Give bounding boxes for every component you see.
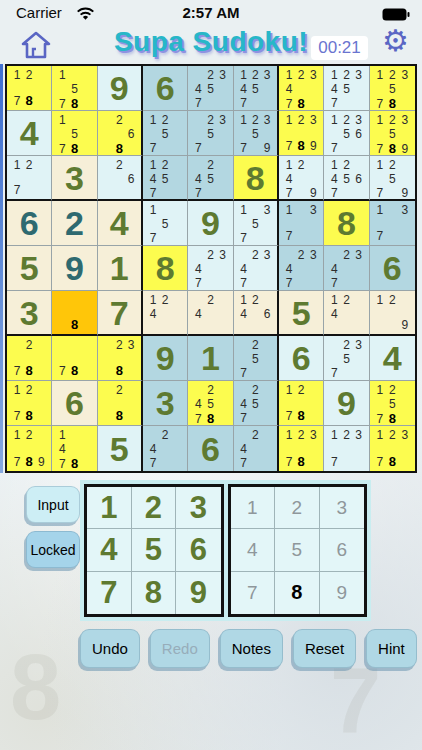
cell-r4c4[interactable]: 157 [143, 201, 188, 246]
candidate-6 [35, 397, 47, 408]
candidate-2: 2 [113, 113, 125, 127]
candidate-grid: 268 [98, 111, 141, 155]
cell-r8c4[interactable]: 3 [143, 381, 188, 426]
undo-button[interactable]: Undo [80, 629, 140, 668]
candidate-7: 7 [283, 276, 295, 290]
candidate-7: 7 [56, 141, 68, 156]
candidate-8 [159, 231, 171, 245]
cell-r9c3[interactable]: 5 [98, 426, 143, 471]
candidate-3 [171, 203, 183, 217]
cell-r7c1[interactable]: 278 [7, 336, 52, 381]
candidate-2: 2 [249, 338, 261, 352]
cell-r6c3[interactable]: 7 [98, 291, 143, 336]
candidate-6 [399, 307, 411, 318]
candidate-grid: 123457 [234, 66, 277, 110]
candidate-9 [261, 276, 273, 290]
candidate-6 [125, 352, 137, 363]
cell-r3c8[interactable]: 124567 [324, 156, 369, 201]
cell-r3c1[interactable]: 127 [7, 156, 52, 201]
candidate-8 [295, 229, 307, 243]
cell-r2c1[interactable]: 4 [7, 111, 52, 156]
candidate-3 [353, 293, 365, 307]
cell-r7c6[interactable]: 257 [234, 336, 279, 381]
cell-r4c1[interactable]: 6 [7, 201, 52, 246]
candidate-grid: 12578 [370, 381, 415, 425]
cell-r2c2[interactable]: 1578 [52, 111, 97, 156]
hint-button[interactable]: Hint [366, 629, 417, 668]
notes-pad-digit-5[interactable]: 5 [275, 529, 320, 571]
candidate-1 [192, 158, 204, 172]
candidate-8 [340, 96, 352, 110]
cell-r3c9[interactable]: 12579 [370, 156, 415, 201]
cell-r1c6[interactable]: 123457 [234, 66, 279, 111]
candidate-4: 4 [283, 262, 295, 276]
given-digit: 5 [292, 296, 311, 330]
candidate-8: 8 [113, 363, 125, 378]
candidate-grid: 23457 [188, 66, 232, 110]
candidate-4 [147, 217, 159, 231]
candidate-5: 5 [340, 127, 352, 141]
cell-r3c3[interactable]: 26 [98, 156, 143, 201]
candidate-1: 1 [328, 158, 340, 172]
cell-r8c8[interactable]: 9 [324, 381, 369, 426]
notes-pad-digit-7[interactable]: 7 [231, 572, 276, 614]
candidate-1 [102, 113, 114, 127]
candidate-8 [295, 186, 307, 200]
candidate-8: 8 [23, 408, 35, 423]
candidate-4 [11, 442, 23, 454]
notes-pad-digit-1[interactable]: 1 [231, 487, 276, 529]
candidate-2: 2 [340, 338, 352, 352]
candidate-8: 8 [68, 363, 80, 378]
candidate-5 [113, 127, 125, 141]
candidate-4: 4 [238, 442, 250, 456]
candidate-3 [217, 383, 229, 397]
input-pad-digit-7[interactable]: 7 [87, 572, 132, 614]
candidate-2: 2 [204, 293, 216, 307]
given-digit: 6 [201, 432, 220, 466]
candidate-1: 1 [147, 158, 159, 172]
candidate-7: 7 [56, 96, 68, 111]
candidate-9 [217, 96, 229, 110]
candidate-3 [261, 428, 273, 442]
candidate-9 [81, 317, 93, 332]
cell-r8c1[interactable]: 1278 [7, 381, 52, 426]
candidate-2: 2 [159, 293, 171, 307]
notes-pad-digit-4[interactable]: 4 [231, 529, 276, 571]
candidate-4: 4 [192, 262, 204, 276]
candidate-7 [102, 363, 114, 378]
candidate-3: 3 [261, 68, 273, 82]
cell-r7c8[interactable]: 2357 [324, 336, 369, 381]
candidate-8 [340, 276, 352, 290]
cell-r7c3[interactable]: 238 [98, 336, 143, 381]
candidate-grid: 1278 [7, 66, 51, 110]
candidate-3 [261, 338, 273, 352]
candidate-1: 1 [56, 428, 68, 442]
given-digit: 5 [20, 251, 39, 285]
candidate-grid: 12378 [279, 426, 323, 471]
cell-r1c9[interactable]: 123578 [370, 66, 415, 111]
cell-r4c2[interactable]: 2 [52, 201, 97, 246]
candidate-6 [261, 262, 273, 276]
candidate-5 [295, 397, 307, 408]
candidate-5: 5 [204, 397, 216, 411]
notes-pad-digit-9[interactable]: 9 [320, 572, 365, 614]
candidate-1 [102, 383, 114, 397]
cell-r4c9[interactable]: 137 [370, 201, 415, 246]
candidate-7: 7 [238, 96, 250, 110]
candidate-6 [217, 307, 229, 321]
candidate-2: 2 [249, 428, 261, 442]
given-digit: 3 [65, 161, 84, 195]
cell-r7c4[interactable]: 9 [143, 336, 188, 381]
candidate-7: 7 [11, 408, 23, 423]
cell-r5c8[interactable]: 2347 [324, 246, 369, 291]
cell-r7c2[interactable]: 78 [52, 336, 97, 381]
candidate-4 [56, 351, 68, 364]
candidate-9 [125, 186, 137, 197]
candidate-6 [81, 82, 93, 96]
candidate-6 [171, 172, 183, 186]
status-time: 2:57 AM [0, 4, 422, 21]
input-pad-digit-8[interactable]: 8 [132, 572, 177, 614]
candidate-4 [283, 127, 295, 138]
candidate-5 [386, 442, 398, 454]
candidate-5: 5 [159, 172, 171, 186]
cell-r9c4[interactable]: 247 [143, 426, 188, 471]
candidate-7: 7 [147, 456, 159, 470]
candidate-4: 4 [192, 82, 204, 96]
input-mode-button[interactable]: Input [26, 486, 80, 523]
entry-mode-buttons: InputLocked [26, 486, 80, 568]
cell-r5c5[interactable]: 2347 [188, 246, 233, 291]
candidate-2: 2 [295, 383, 307, 397]
candidate-7: 7 [11, 363, 23, 378]
candidate-grid: 1237 [324, 426, 368, 471]
candidate-7: 7 [374, 454, 386, 469]
cell-r2c3[interactable]: 268 [98, 111, 143, 156]
input-pad-digit-1[interactable]: 1 [87, 487, 132, 529]
candidate-4: 4 [147, 307, 159, 321]
candidate-4 [374, 397, 386, 411]
candidate-1: 1 [11, 383, 23, 397]
candidate-3 [399, 293, 411, 307]
given-digit: 6 [383, 251, 402, 285]
cell-r9c9[interactable]: 12378 [370, 426, 415, 471]
candidate-6 [261, 217, 273, 231]
candidate-7: 7 [192, 276, 204, 290]
candidate-8: 8 [23, 454, 35, 469]
candidate-2: 2 [23, 428, 35, 442]
candidate-3: 3 [217, 68, 229, 82]
candidate-1 [238, 383, 250, 397]
candidate-7 [192, 321, 204, 332]
cell-r8c5[interactable]: 24578 [188, 381, 233, 426]
candidate-7: 7 [374, 229, 386, 243]
candidate-2 [68, 293, 80, 305]
cell-r2c4[interactable]: 1257 [143, 111, 188, 156]
candidate-9 [217, 321, 229, 332]
cell-r6c7[interactable]: 5 [279, 291, 324, 336]
candidate-7: 7 [238, 411, 250, 425]
given-digit: 6 [65, 386, 84, 420]
candidate-9 [171, 186, 183, 200]
cell-r4c5[interactable]: 9 [188, 201, 233, 246]
candidate-7: 7 [238, 366, 250, 380]
candidate-9 [125, 408, 137, 423]
candidate-9 [81, 96, 93, 111]
cell-r8c9[interactable]: 12578 [370, 381, 415, 426]
candidate-8 [386, 186, 398, 200]
candidate-4 [102, 172, 114, 186]
cell-r4c6[interactable]: 1357 [234, 201, 279, 246]
candidate-5 [23, 442, 35, 454]
candidate-4: 4 [192, 172, 204, 186]
cell-r2c7[interactable]: 123789 [279, 111, 324, 156]
candidate-8: 8 [68, 456, 80, 471]
candidate-9 [125, 363, 137, 378]
candidate-6 [307, 262, 319, 276]
candidate-4: 4 [328, 307, 340, 321]
cell-r9c2[interactable]: 1478 [52, 426, 97, 471]
candidate-5: 5 [159, 127, 171, 141]
candidate-6 [399, 442, 411, 454]
candidate-6 [399, 397, 411, 411]
cell-r9c6[interactable]: 247 [234, 426, 279, 471]
candidate-7 [102, 186, 114, 197]
cell-r1c3[interactable]: 9 [98, 66, 143, 111]
cell-r5c2[interactable]: 9 [52, 246, 97, 291]
candidate-9 [353, 186, 365, 200]
candidate-7: 7 [328, 141, 340, 155]
input-pad-digit-9[interactable]: 9 [176, 572, 221, 614]
candidate-grid: 12479 [279, 156, 323, 199]
candidate-2: 2 [23, 158, 35, 172]
candidate-5 [295, 127, 307, 138]
cell-r7c9[interactable]: 4 [370, 336, 415, 381]
candidate-8 [204, 186, 216, 200]
candidate-3: 3 [307, 428, 319, 442]
cell-r5c4[interactable]: 8 [143, 246, 188, 291]
settings-gear-icon[interactable]: ⚙ [382, 26, 409, 56]
candidate-4 [374, 172, 386, 186]
cell-r4c3[interactable]: 4 [98, 201, 143, 246]
user-digit: 9 [65, 251, 84, 285]
candidate-2: 2 [113, 158, 125, 172]
cell-r6c4[interactable]: 124 [143, 291, 188, 336]
candidate-grid: 247 [234, 426, 277, 471]
board-left-edge-strip [0, 64, 3, 473]
candidate-6 [307, 217, 319, 229]
candidate-3 [399, 158, 411, 172]
candidate-6 [353, 442, 365, 455]
cell-r2c8[interactable]: 123567 [324, 111, 369, 156]
notes-pad-digit-8[interactable]: 8 [275, 572, 320, 614]
candidate-6 [261, 127, 273, 141]
candidate-8: 8 [23, 93, 35, 108]
candidate-6 [217, 172, 229, 186]
candidate-8 [159, 456, 171, 470]
given-digit: 9 [201, 206, 220, 240]
candidate-2: 2 [23, 68, 35, 82]
cell-r2c5[interactable]: 2357 [188, 111, 233, 156]
candidate-9 [353, 141, 365, 155]
candidate-1 [102, 338, 114, 352]
candidate-6 [125, 397, 137, 408]
candidate-6 [217, 82, 229, 96]
candidate-8: 8 [68, 141, 80, 156]
cell-r1c5[interactable]: 23457 [188, 66, 233, 111]
candidate-5: 5 [340, 82, 352, 96]
cell-r2c6[interactable]: 123579 [234, 111, 279, 156]
candidate-5 [159, 442, 171, 456]
cell-r5c7[interactable]: 2347 [279, 246, 324, 291]
candidate-2 [249, 203, 261, 217]
cell-r1c4[interactable]: 6 [143, 66, 188, 111]
candidate-2 [68, 113, 80, 127]
candidate-1 [11, 338, 23, 352]
notes-button[interactable]: Notes [220, 629, 283, 668]
candidate-9 [261, 231, 273, 245]
cell-r7c5[interactable]: 1 [188, 336, 233, 381]
cell-r4c7[interactable]: 137 [279, 201, 324, 246]
candidate-grid: 12579 [370, 156, 415, 199]
candidate-5 [113, 172, 125, 186]
candidate-4: 4 [238, 307, 250, 321]
cell-r6c1[interactable]: 3 [7, 291, 52, 336]
candidate-5 [23, 172, 35, 183]
cell-r8c3[interactable]: 28 [98, 381, 143, 426]
candidate-3 [353, 158, 365, 172]
app-screen: 8 7 Carrier 2:57 AM Supa Sudoku! 00:21 ⚙ [0, 0, 422, 750]
cell-r9c1[interactable]: 12789 [7, 426, 52, 471]
cell-r8c7[interactable]: 1278 [279, 381, 324, 426]
candidate-grid: 157 [143, 201, 187, 245]
candidate-1 [192, 383, 204, 397]
candidate-grid: 247 [143, 426, 187, 471]
candidate-3: 3 [353, 248, 365, 262]
cell-r8c6[interactable]: 2457 [234, 381, 279, 426]
candidate-9 [261, 411, 273, 425]
candidate-8 [386, 229, 398, 243]
given-digit: 9 [337, 386, 356, 420]
cell-r1c8[interactable]: 123457 [324, 66, 369, 111]
candidate-3 [125, 158, 137, 172]
input-pad-digit-3[interactable]: 3 [176, 487, 221, 529]
candidate-1: 1 [147, 113, 159, 127]
candidate-7: 7 [328, 455, 340, 469]
redo-button[interactable]: Redo [150, 629, 210, 668]
candidate-3 [35, 383, 47, 397]
candidate-grid: 123478 [279, 66, 323, 110]
input-pad-digit-6[interactable]: 6 [176, 529, 221, 571]
candidate-3: 3 [399, 428, 411, 442]
input-pad-digit-4[interactable]: 4 [87, 529, 132, 571]
cell-r6c6[interactable]: 1246 [234, 291, 279, 336]
candidate-4 [56, 127, 68, 141]
candidate-2: 2 [249, 383, 261, 397]
candidate-1: 1 [374, 203, 386, 217]
cell-r9c5[interactable]: 6 [188, 426, 233, 471]
candidate-4: 4 [147, 172, 159, 186]
cell-r3c6[interactable]: 8 [234, 156, 279, 201]
reset-button[interactable]: Reset [293, 629, 356, 668]
notes-pad-digit-6[interactable]: 6 [320, 529, 365, 571]
cell-r1c1[interactable]: 1278 [7, 66, 52, 111]
candidate-2: 2 [113, 338, 125, 352]
cell-r9c7[interactable]: 12378 [279, 426, 324, 471]
cell-r4c8[interactable]: 8 [324, 201, 369, 246]
cell-r3c2[interactable]: 3 [52, 156, 97, 201]
candidate-7: 7 [192, 96, 204, 110]
candidate-6 [171, 217, 183, 231]
candidate-4 [102, 127, 114, 141]
candidate-2: 2 [249, 113, 261, 127]
cell-r6c5[interactable]: 24 [188, 291, 233, 336]
candidate-8 [340, 366, 352, 380]
candidate-2 [68, 338, 80, 351]
candidate-3: 3 [399, 113, 411, 127]
cell-r3c5[interactable]: 2457 [188, 156, 233, 201]
candidate-3 [35, 68, 47, 82]
cell-r1c2[interactable]: 1578 [52, 66, 97, 111]
cell-r8c2[interactable]: 6 [52, 381, 97, 426]
candidate-1: 1 [238, 68, 250, 82]
candidate-3 [35, 338, 47, 352]
cell-r3c4[interactable]: 12457 [143, 156, 188, 201]
candidate-4 [374, 217, 386, 229]
locked-mode-button[interactable]: Locked [26, 531, 80, 568]
cell-r9c8[interactable]: 1237 [324, 426, 369, 471]
action-button-row: UndoRedoNotesResetHintSolve [80, 629, 422, 668]
given-digit: 6 [156, 71, 175, 105]
cell-r6c9[interactable]: 129 [370, 291, 415, 336]
cell-r3c7[interactable]: 12479 [279, 156, 324, 201]
candidate-7: 7 [56, 363, 68, 378]
cell-r5c9[interactable]: 6 [370, 246, 415, 291]
candidate-grid: 78 [52, 336, 96, 380]
candidate-5: 5 [68, 127, 80, 141]
candidate-grid: 1578 [52, 66, 96, 110]
cell-r6c8[interactable]: 124 [324, 291, 369, 336]
candidate-5: 5 [386, 397, 398, 411]
cell-r7c7[interactable]: 6 [279, 336, 324, 381]
cell-r6c2[interactable]: 8 [52, 291, 97, 336]
notes-pad-digit-3[interactable]: 3 [320, 487, 365, 529]
input-pad-digit-5[interactable]: 5 [132, 529, 177, 571]
notes-pad-digit-2[interactable]: 2 [275, 487, 320, 529]
candidate-4 [328, 442, 340, 455]
candidate-6: 6 [261, 307, 273, 321]
cell-r5c3[interactable]: 1 [98, 246, 143, 291]
cell-r5c1[interactable]: 5 [7, 246, 52, 291]
cell-r5c6[interactable]: 2347 [234, 246, 279, 291]
candidate-1 [56, 338, 68, 351]
candidate-4 [11, 397, 23, 408]
cell-r1c7[interactable]: 123478 [279, 66, 324, 111]
input-pad-digit-2[interactable]: 2 [132, 487, 177, 529]
candidate-3 [171, 428, 183, 442]
candidate-7: 7 [147, 231, 159, 245]
cell-r2c9[interactable]: 1235789 [370, 111, 415, 156]
candidate-6: 6 [125, 127, 137, 141]
candidate-9 [307, 454, 319, 469]
candidate-3 [81, 428, 93, 442]
candidate-6 [307, 82, 319, 96]
candidate-9 [125, 141, 137, 156]
candidate-5: 5 [386, 82, 398, 96]
